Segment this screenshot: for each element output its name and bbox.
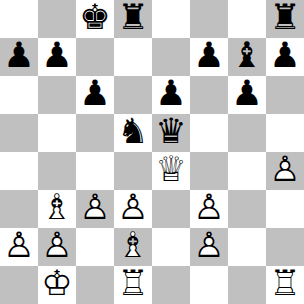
square-f5[interactable] (190, 114, 228, 152)
square-e2[interactable] (152, 228, 190, 266)
piece-glyph: ♙ (190, 190, 228, 225)
white-pawn[interactable]: ♟♙ (266, 152, 304, 190)
square-e6[interactable]: ♟ (152, 76, 190, 114)
square-e3[interactable] (152, 190, 190, 228)
square-e8[interactable] (152, 0, 190, 38)
piece-glyph: ♙ (76, 190, 114, 225)
white-pawn[interactable]: ♟♙ (0, 228, 38, 266)
square-a8[interactable] (0, 0, 38, 38)
white-rook[interactable]: ♜♖ (114, 266, 152, 304)
piece-fill: ♜ (266, 266, 304, 301)
square-d1[interactable]: ♜♖ (114, 266, 152, 304)
square-b5[interactable] (38, 114, 76, 152)
piece-fill: ♝ (38, 190, 76, 225)
white-bishop[interactable]: ♝♗ (114, 228, 152, 266)
square-d4[interactable] (114, 152, 152, 190)
white-queen[interactable]: ♛♕ (152, 152, 190, 190)
black-rook[interactable]: ♜ (266, 0, 304, 38)
piece-fill: ♟ (190, 190, 228, 225)
black-bishop[interactable]: ♝ (228, 38, 266, 76)
square-a2[interactable]: ♟♙ (0, 228, 38, 266)
square-g6[interactable]: ♟ (228, 76, 266, 114)
piece-fill: ♟ (190, 228, 228, 263)
black-pawn[interactable]: ♟ (0, 38, 38, 76)
square-h5[interactable] (266, 114, 304, 152)
square-g1[interactable] (228, 266, 266, 304)
square-h2[interactable] (266, 228, 304, 266)
square-d8[interactable]: ♜ (114, 0, 152, 38)
piece-glyph: ♟ (152, 76, 190, 111)
black-pawn[interactable]: ♟ (190, 38, 228, 76)
piece-glyph: ♟ (190, 38, 228, 73)
square-b6[interactable] (38, 76, 76, 114)
square-g5[interactable] (228, 114, 266, 152)
square-d3[interactable]: ♟♙ (114, 190, 152, 228)
piece-glyph: ♟ (76, 76, 114, 111)
piece-fill: ♟ (266, 152, 304, 187)
white-bishop[interactable]: ♝♗ (38, 190, 76, 228)
square-a6[interactable] (0, 76, 38, 114)
black-pawn[interactable]: ♟ (76, 76, 114, 114)
square-c2[interactable] (76, 228, 114, 266)
square-b2[interactable]: ♟♙ (38, 228, 76, 266)
square-g8[interactable] (228, 0, 266, 38)
black-king[interactable]: ♚ (76, 0, 114, 38)
piece-glyph: ♕ (152, 152, 190, 187)
square-a3[interactable] (0, 190, 38, 228)
square-e1[interactable] (152, 266, 190, 304)
piece-fill: ♛ (152, 152, 190, 187)
square-b3[interactable]: ♝♗ (38, 190, 76, 228)
square-f4[interactable] (190, 152, 228, 190)
square-g3[interactable] (228, 190, 266, 228)
piece-fill: ♟ (38, 228, 76, 263)
square-h7[interactable]: ♟ (266, 38, 304, 76)
piece-glyph: ♙ (38, 228, 76, 263)
square-a5[interactable] (0, 114, 38, 152)
square-g2[interactable] (228, 228, 266, 266)
piece-fill: ♝ (114, 228, 152, 263)
square-b1[interactable]: ♚♔ (38, 266, 76, 304)
piece-glyph: ♜ (266, 0, 304, 35)
black-queen[interactable]: ♛ (152, 114, 190, 152)
square-h1[interactable]: ♜♖ (266, 266, 304, 304)
white-king[interactable]: ♚♔ (38, 266, 76, 304)
piece-glyph: ♝ (228, 38, 266, 73)
square-e7[interactable] (152, 38, 190, 76)
white-pawn[interactable]: ♟♙ (190, 228, 228, 266)
square-f2[interactable]: ♟♙ (190, 228, 228, 266)
black-pawn[interactable]: ♟ (266, 38, 304, 76)
piece-glyph: ♗ (114, 228, 152, 263)
black-pawn[interactable]: ♟ (228, 76, 266, 114)
square-a4[interactable] (0, 152, 38, 190)
square-d7[interactable] (114, 38, 152, 76)
piece-glyph: ♔ (38, 266, 76, 301)
square-b4[interactable] (38, 152, 76, 190)
square-c7[interactable] (76, 38, 114, 76)
piece-glyph: ♟ (228, 76, 266, 111)
square-f6[interactable] (190, 76, 228, 114)
piece-fill: ♟ (76, 190, 114, 225)
square-f8[interactable] (190, 0, 228, 38)
white-pawn[interactable]: ♟♙ (38, 228, 76, 266)
piece-glyph: ♙ (114, 190, 152, 225)
square-f7[interactable]: ♟ (190, 38, 228, 76)
square-g4[interactable] (228, 152, 266, 190)
black-rook[interactable]: ♜ (114, 0, 152, 38)
square-e5[interactable]: ♛ (152, 114, 190, 152)
white-pawn[interactable]: ♟♙ (76, 190, 114, 228)
chess-board: ♚♜♜♟♟♟♝♟♟♟♟♞♛♛♕♟♙♝♗♟♙♟♙♟♙♟♙♟♙♝♗♟♙♚♔♜♖♜♖ (0, 0, 304, 304)
piece-glyph: ♙ (266, 152, 304, 187)
white-pawn[interactable]: ♟♙ (114, 190, 152, 228)
piece-glyph: ♗ (38, 190, 76, 225)
square-h4[interactable]: ♟♙ (266, 152, 304, 190)
square-g7[interactable]: ♝ (228, 38, 266, 76)
piece-fill: ♜ (114, 266, 152, 301)
piece-glyph: ♟ (0, 38, 38, 73)
white-rook[interactable]: ♜♖ (266, 266, 304, 304)
piece-glyph: ♟ (38, 38, 76, 73)
square-c5[interactable] (76, 114, 114, 152)
square-f3[interactable]: ♟♙ (190, 190, 228, 228)
square-a7[interactable]: ♟ (0, 38, 38, 76)
piece-glyph: ♙ (190, 228, 228, 263)
black-pawn[interactable]: ♟ (152, 76, 190, 114)
white-pawn[interactable]: ♟♙ (190, 190, 228, 228)
square-c1[interactable] (76, 266, 114, 304)
piece-glyph: ♛ (152, 114, 190, 149)
black-knight[interactable]: ♞ (114, 114, 152, 152)
piece-glyph: ♖ (114, 266, 152, 301)
piece-glyph: ♟ (266, 38, 304, 73)
square-c6[interactable]: ♟ (76, 76, 114, 114)
square-b8[interactable] (38, 0, 76, 38)
piece-glyph: ♙ (0, 228, 38, 263)
square-d5[interactable]: ♞ (114, 114, 152, 152)
square-c3[interactable]: ♟♙ (76, 190, 114, 228)
piece-fill: ♟ (0, 228, 38, 263)
piece-glyph: ♚ (76, 0, 114, 35)
square-e4[interactable]: ♛♕ (152, 152, 190, 190)
square-h3[interactable] (266, 190, 304, 228)
square-c4[interactable] (76, 152, 114, 190)
square-d6[interactable] (114, 76, 152, 114)
square-a1[interactable] (0, 266, 38, 304)
square-d2[interactable]: ♝♗ (114, 228, 152, 266)
square-f1[interactable] (190, 266, 228, 304)
piece-fill: ♚ (38, 266, 76, 301)
piece-glyph: ♖ (266, 266, 304, 301)
square-c8[interactable]: ♚ (76, 0, 114, 38)
piece-glyph: ♞ (114, 114, 152, 149)
square-h6[interactable] (266, 76, 304, 114)
square-b7[interactable]: ♟ (38, 38, 76, 76)
piece-fill: ♟ (114, 190, 152, 225)
piece-glyph: ♜ (114, 0, 152, 35)
black-pawn[interactable]: ♟ (38, 38, 76, 76)
square-h8[interactable]: ♜ (266, 0, 304, 38)
